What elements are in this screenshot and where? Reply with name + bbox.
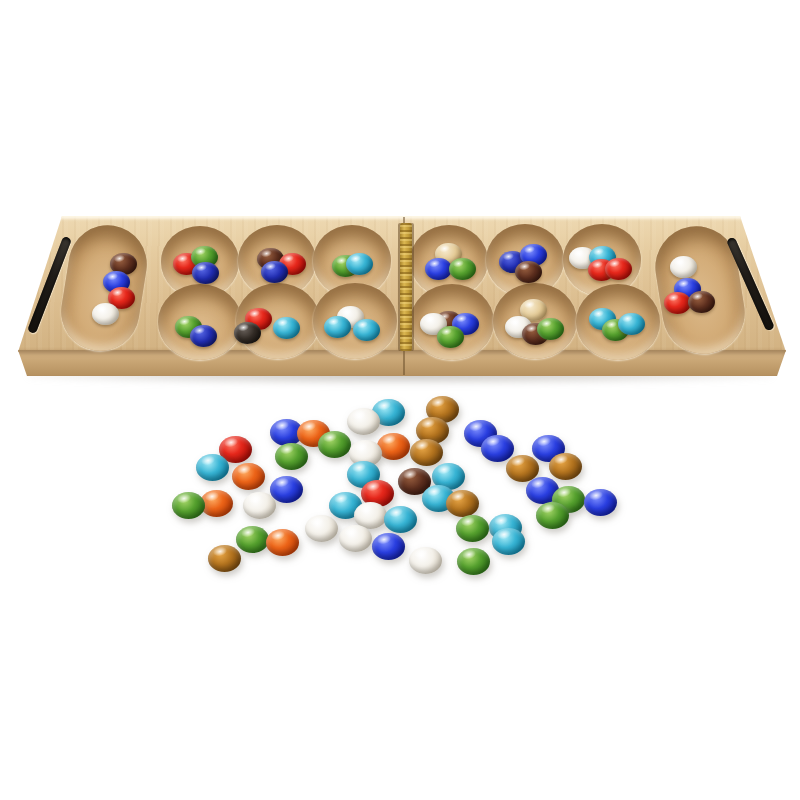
- gem-green: [236, 526, 269, 553]
- gem-red: [605, 258, 632, 280]
- gem-teal: [618, 313, 645, 335]
- gem-blue: [270, 476, 303, 503]
- gem-orange: [232, 463, 265, 490]
- gem-clear: [305, 515, 338, 542]
- gem-green: [449, 258, 476, 280]
- gem-teal: [384, 506, 417, 533]
- gem-teal: [353, 319, 380, 341]
- gem-teal: [346, 253, 373, 275]
- gem-amber: [446, 490, 479, 517]
- gem-teal: [492, 528, 525, 555]
- gem-black: [234, 322, 261, 344]
- gem-brown: [515, 261, 542, 283]
- gem-blue: [584, 489, 617, 516]
- gem-orange: [266, 529, 299, 556]
- gem-amber: [549, 453, 582, 480]
- gem-green: [457, 548, 490, 575]
- product-photo-stage: [0, 0, 800, 800]
- gem-clear: [243, 492, 276, 519]
- gem-green: [318, 431, 351, 458]
- gem-blue: [372, 533, 405, 560]
- gem-clear: [409, 547, 442, 574]
- gem-amber: [410, 439, 443, 466]
- gem-teal: [324, 316, 351, 338]
- gem-navy: [261, 261, 288, 283]
- gem-green: [536, 502, 569, 529]
- gem-green: [437, 326, 464, 348]
- gem-red: [664, 292, 691, 314]
- gem-blue: [425, 258, 452, 280]
- gem-teal: [273, 317, 300, 339]
- gem-clear: [670, 256, 697, 278]
- gem-clear: [347, 408, 380, 435]
- gem-navy: [192, 262, 219, 284]
- gem-blue: [481, 435, 514, 462]
- gem-clear: [339, 525, 372, 552]
- gem-green: [537, 318, 564, 340]
- brass-hinge: [400, 223, 412, 351]
- gem-clear: [92, 303, 119, 325]
- gem-green: [172, 492, 205, 519]
- gem-green: [456, 515, 489, 542]
- gem-green: [275, 443, 308, 470]
- board-front-edge: [14, 350, 786, 377]
- gem-amber: [506, 455, 539, 482]
- gem-amber: [208, 545, 241, 572]
- gem-brown: [688, 291, 715, 313]
- gem-teal: [196, 454, 229, 481]
- gem-navy: [190, 325, 217, 347]
